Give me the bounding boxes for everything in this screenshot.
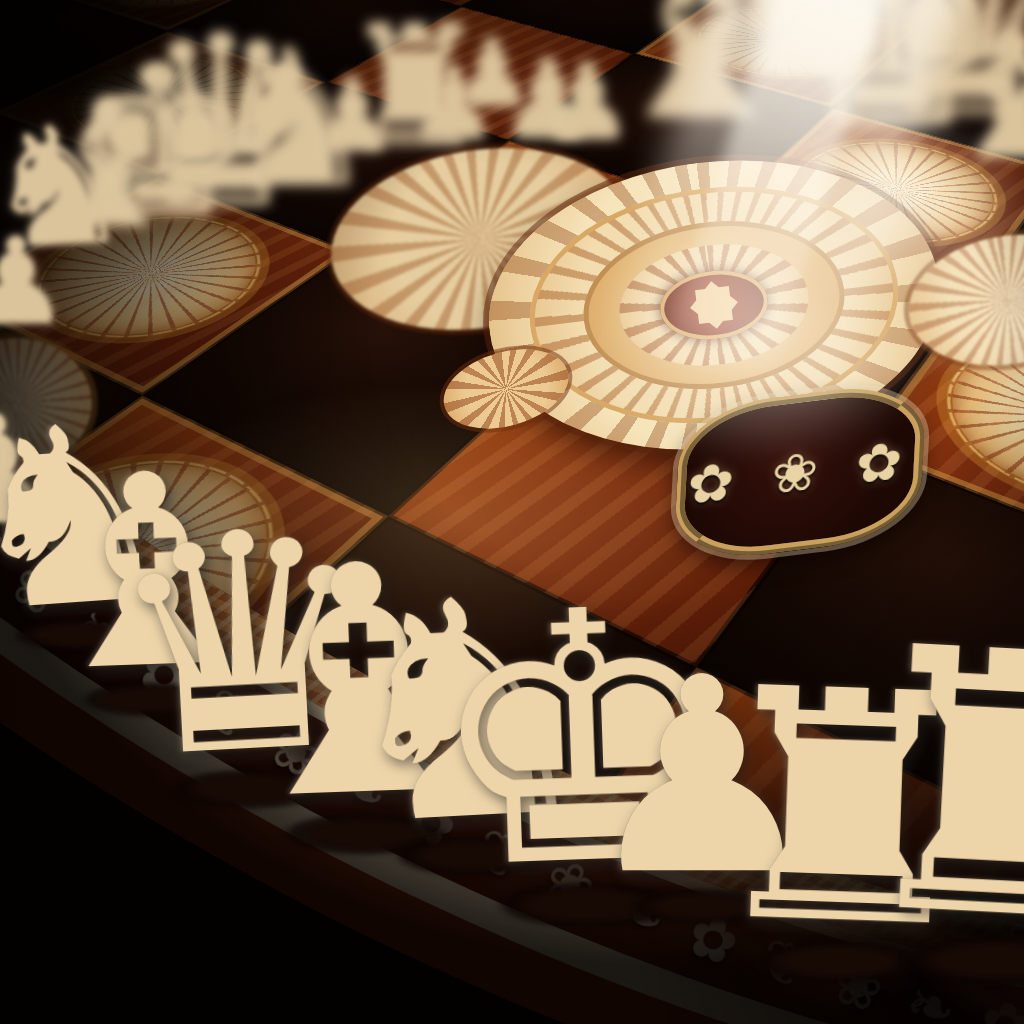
pieces-foreground: ♞♝♛♝♞♚♟♜♜	[0, 0, 1024, 1024]
rook-piece: ♜	[836, 598, 1024, 976]
scene: ✿❧❀❦✿❧❀❦✿❧❀❦✿❧❀❦✿ ✿ ❀ ✿ ♝♚♛♞♟♜♟♟♟♟♝♞♚♛♝ …	[0, 0, 1024, 1024]
